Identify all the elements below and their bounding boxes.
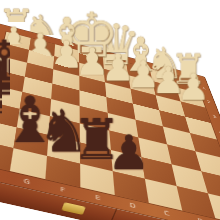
chess-set-photo: ♜♞♝♚♛♝♞♜♟♟♟♟♟♟♟♟♚♛♝♞♜♟ HGFEDCBA 12345678: [0, 0, 220, 220]
rank-label-4: 4: [216, 124, 220, 142]
rank-label-3: 3: [210, 109, 220, 125]
square-a4[interactable]: [185, 117, 217, 140]
square-b8[interactable]: [177, 186, 216, 218]
chess-board: ♜♞♝♚♛♝♞♜♟♟♟♟♟♟♟♟♚♛♝♞♜♟ HGFEDCBA 12345678: [0, 23, 220, 220]
brass-latch: [62, 202, 86, 215]
board-fold-seam: [108, 209, 117, 220]
piece-black-bishop[interactable]: ♝: [0, 51, 73, 153]
